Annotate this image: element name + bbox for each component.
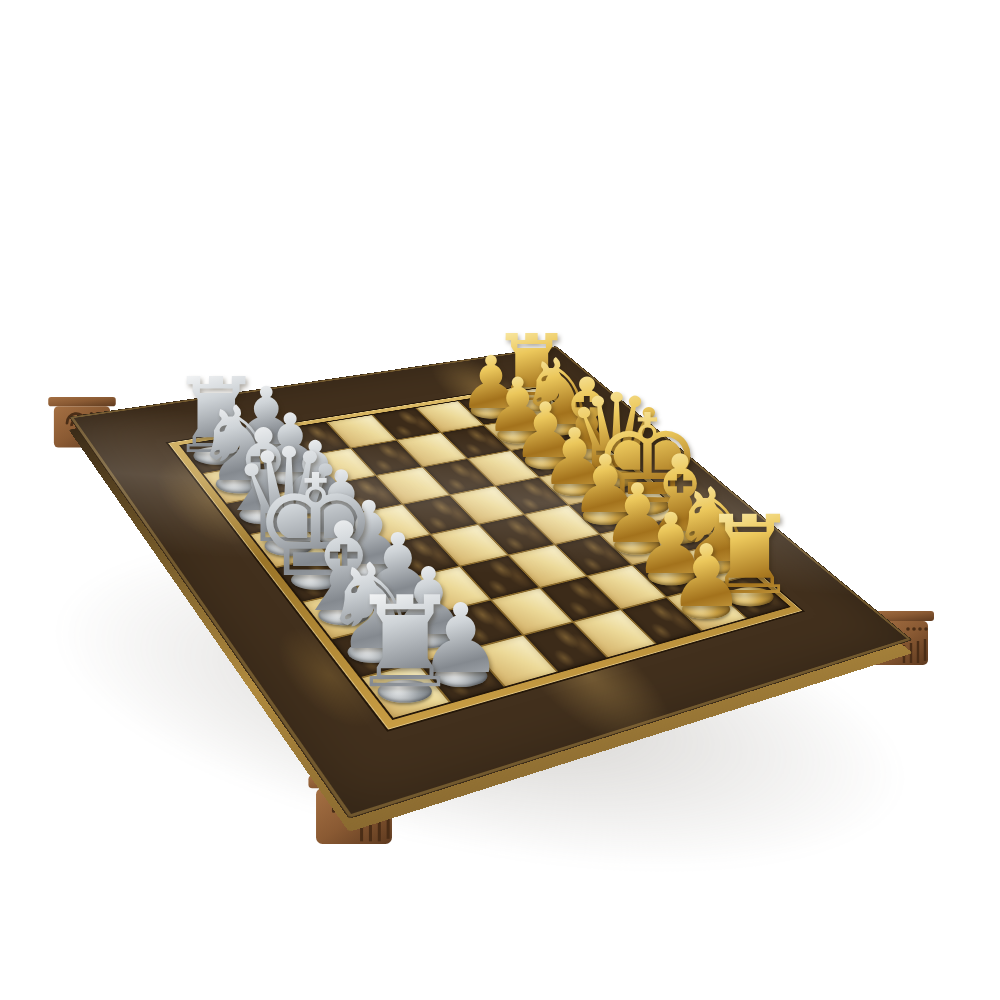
gold-pawn-glyph: ♟: [668, 533, 745, 619]
silver-rook-glyph: ♜: [349, 581, 462, 707]
product-photo-scene: ♜♞♝♛♚♝♞♜♟♟♟♟♟♟♟♟♟♟♟♟♟♟♟♟♜♞♝♛♚♝♞♜ Startin…: [0, 0, 1000, 1000]
